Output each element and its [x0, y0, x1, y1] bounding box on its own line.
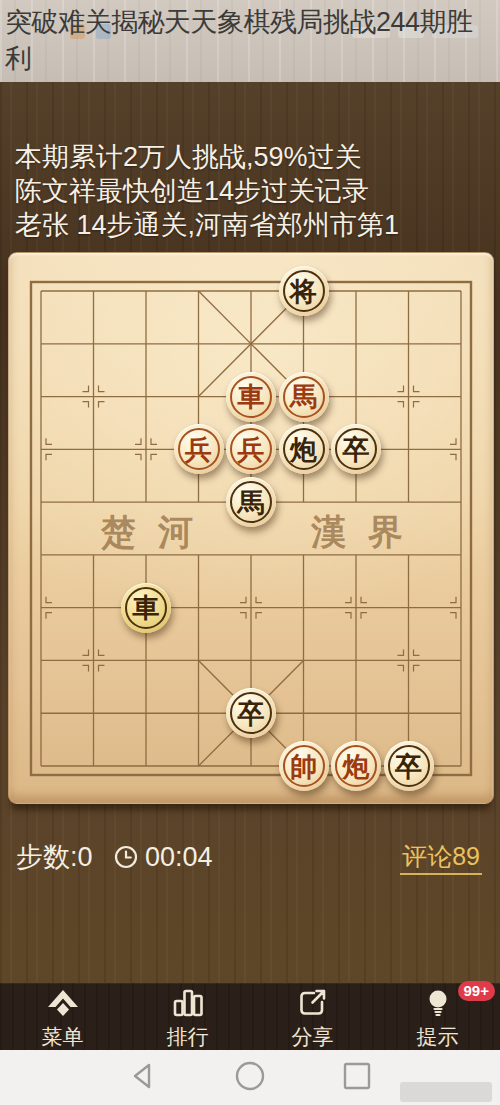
xiangqi-piece-red-帥[interactable]: 帥 [279, 741, 329, 791]
xiangqi-piece-black-卒[interactable]: 卒 [384, 741, 434, 791]
share-icon [297, 988, 329, 1021]
nav-item-share[interactable]: 分享 [250, 983, 375, 1050]
hint-badge: 99+ [458, 981, 495, 1001]
app-screen: 突破难关揭秘天天象棋残局挑战244期胜利 攻略全解析 本期累计2万人挑战,59%… [0, 0, 500, 1105]
hint-icon [423, 988, 453, 1021]
ranking-icon [171, 988, 205, 1021]
android-recents-icon[interactable] [342, 1061, 372, 1095]
xiangqi-piece-red-兵[interactable]: 兵 [174, 424, 224, 474]
piece-glyph: 馬 [290, 383, 317, 410]
android-nav-bar [0, 1050, 500, 1105]
video-watermark [400, 1082, 492, 1102]
piece-glyph: 卒 [395, 753, 422, 780]
comments-button[interactable]: 评论89 [400, 842, 482, 875]
piece-glyph: 帥 [290, 753, 317, 780]
piece-glyph: 卒 [238, 700, 265, 727]
piece-glyph: 将 [290, 278, 317, 305]
xiangqi-piece-black-車[interactable]: 車 [121, 583, 171, 633]
timer: 00:04 [145, 840, 213, 874]
nav-label: 菜单 [42, 1023, 84, 1051]
piece-glyph: 炮 [343, 753, 370, 780]
xiangqi-piece-red-馬[interactable]: 馬 [279, 372, 329, 422]
nav-label: 提示 [417, 1023, 459, 1051]
piece-glyph: 兵 [238, 436, 265, 463]
nav-item-hint[interactable]: 99+ 提示 [375, 983, 500, 1050]
river-label-right: 漢界 [311, 509, 425, 556]
xiangqi-piece-black-将[interactable]: 将 [279, 266, 329, 316]
piece-glyph: 兵 [185, 436, 212, 463]
info-line-record: 陈文祥最快创造14步过关记录 [15, 174, 485, 208]
river-label-left: 楚河 [101, 509, 215, 556]
xiangqi-piece-red-車[interactable]: 車 [226, 372, 276, 422]
piece-glyph: 車 [238, 383, 265, 410]
xiangqi-piece-red-兵[interactable]: 兵 [226, 424, 276, 474]
android-home-icon[interactable] [233, 1059, 267, 1097]
nav-item-ranking[interactable]: 排行 [125, 983, 250, 1050]
nav-item-menu[interactable]: 菜单 [0, 983, 125, 1050]
title-banner: 突破难关揭秘天天象棋残局挑战244期胜利 攻略全解析 [0, 0, 500, 82]
xiangqi-piece-black-卒[interactable]: 卒 [331, 424, 381, 474]
xiangqi-piece-black-卒[interactable]: 卒 [226, 688, 276, 738]
status-bar: 步数:0 00:04 评论89 [16, 840, 484, 874]
challenge-info-panel: 本期累计2万人挑战,59%过关 陈文祥最快创造14步过关记录 老张 14步通关,… [15, 140, 485, 242]
menu-icon [45, 988, 81, 1021]
info-line-regional: 老张 14步通关,河南省郑州市第1 [15, 208, 485, 242]
info-line-participants: 本期累计2万人挑战,59%过关 [15, 140, 485, 174]
xiangqi-board[interactable]: 楚河 漢界 将車馬兵兵炮卒馬車卒帥炮卒 [8, 252, 494, 804]
xiangqi-piece-red-炮[interactable]: 炮 [331, 741, 381, 791]
piece-glyph: 炮 [290, 436, 317, 463]
piece-glyph: 車 [133, 594, 160, 621]
piece-glyph: 馬 [238, 489, 265, 516]
bottom-nav: 菜单 排行 分享 [0, 983, 500, 1050]
piece-glyph: 卒 [343, 436, 370, 463]
nav-label: 排行 [167, 1023, 209, 1051]
nav-label: 分享 [292, 1023, 334, 1051]
xiangqi-piece-black-炮[interactable]: 炮 [279, 424, 329, 474]
game-background: 本期累计2万人挑战,59%过关 陈文祥最快创造14步过关记录 老张 14步通关,… [0, 82, 500, 983]
android-back-icon[interactable] [128, 1060, 158, 1096]
xiangqi-piece-black-馬[interactable]: 馬 [226, 477, 276, 527]
clock-icon [113, 844, 139, 874]
move-counter: 步数:0 [16, 840, 93, 874]
title-line-1: 突破难关揭秘天天象棋残局挑战244期胜利 [5, 4, 497, 78]
